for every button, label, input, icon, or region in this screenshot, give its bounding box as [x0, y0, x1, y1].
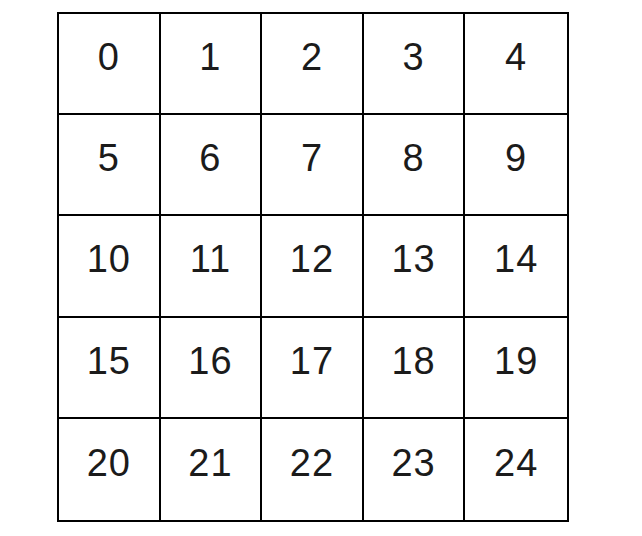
grid-cell-r0c0[interactable]: 0: [59, 14, 161, 115]
cell-number-label: 15: [87, 340, 131, 383]
grid-board: 0123456789101112131415161718192021222324: [57, 12, 569, 522]
cell-number-label: 3: [403, 36, 425, 79]
cell-number-label: 21: [188, 442, 232, 485]
grid-cell-r2c3[interactable]: 13: [364, 216, 466, 317]
cell-number-label: 17: [290, 340, 334, 383]
grid-cell-r1c0[interactable]: 5: [59, 115, 161, 216]
page-canvas: 0123456789101112131415161718192021222324: [0, 0, 642, 536]
cell-number-label: 6: [199, 137, 221, 180]
grid-cell-r2c2[interactable]: 12: [262, 216, 364, 317]
grid-cell-r4c0[interactable]: 20: [59, 419, 161, 520]
grid-cell-r3c1[interactable]: 16: [161, 318, 263, 419]
grid-cell-r4c2[interactable]: 22: [262, 419, 364, 520]
grid-cell-r3c3[interactable]: 18: [364, 318, 466, 419]
cell-number-label: 0: [98, 36, 120, 79]
cell-number-label: 19: [494, 340, 538, 383]
grid-cell-r2c0[interactable]: 10: [59, 216, 161, 317]
cell-number-label: 18: [391, 340, 435, 383]
cell-number-label: 24: [494, 442, 538, 485]
cell-number-label: 23: [391, 442, 435, 485]
cell-number-label: 13: [391, 238, 435, 281]
cell-number-label: 10: [87, 238, 131, 281]
cell-number-label: 2: [301, 36, 323, 79]
grid-cell-r4c3[interactable]: 23: [364, 419, 466, 520]
grid-cell-r2c1[interactable]: 11: [161, 216, 263, 317]
cell-number-label: 16: [188, 340, 232, 383]
cell-number-label: 11: [190, 238, 231, 281]
grid-cell-r1c1[interactable]: 6: [161, 115, 263, 216]
cell-number-label: 1: [199, 36, 221, 79]
grid-cell-r3c2[interactable]: 17: [262, 318, 364, 419]
grid-cell-r4c4[interactable]: 24: [465, 419, 567, 520]
cell-number-label: 8: [403, 137, 425, 180]
grid-cell-r0c4[interactable]: 4: [465, 14, 567, 115]
cell-number-label: 9: [505, 137, 527, 180]
grid-cell-r0c3[interactable]: 3: [364, 14, 466, 115]
grid-cell-r4c1[interactable]: 21: [161, 419, 263, 520]
grid-cell-r1c4[interactable]: 9: [465, 115, 567, 216]
cell-number-label: 20: [87, 442, 131, 485]
cell-number-label: 14: [494, 238, 538, 281]
grid-cell-r2c4[interactable]: 14: [465, 216, 567, 317]
cell-number-label: 4: [505, 36, 527, 79]
grid-cell-r3c4[interactable]: 19: [465, 318, 567, 419]
grid-cell-r1c3[interactable]: 8: [364, 115, 466, 216]
cell-number-label: 12: [290, 238, 334, 281]
grid-cell-r0c2[interactable]: 2: [262, 14, 364, 115]
cell-number-label: 7: [301, 137, 323, 180]
cell-number-label: 22: [290, 442, 334, 485]
cell-number-label: 5: [98, 137, 120, 180]
grid-cell-r1c2[interactable]: 7: [262, 115, 364, 216]
grid-cell-r0c1[interactable]: 1: [161, 14, 263, 115]
grid-cell-r3c0[interactable]: 15: [59, 318, 161, 419]
